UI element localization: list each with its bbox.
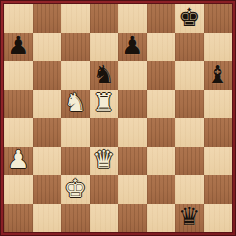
square-b8[interactable] xyxy=(33,4,62,33)
white-queen-d3[interactable]: ♛ xyxy=(93,147,115,172)
white-knight-c5[interactable]: ♞ xyxy=(64,90,86,115)
square-b1[interactable] xyxy=(33,204,62,233)
square-h6[interactable]: ♝ xyxy=(204,61,233,90)
square-h2[interactable] xyxy=(204,175,233,204)
square-c8[interactable] xyxy=(61,4,90,33)
square-a4[interactable] xyxy=(4,118,33,147)
square-c1[interactable] xyxy=(61,204,90,233)
square-c3[interactable] xyxy=(61,147,90,176)
square-h5[interactable] xyxy=(204,90,233,119)
square-d6[interactable]: ♞ xyxy=(90,61,119,90)
square-h3[interactable] xyxy=(204,147,233,176)
square-h1[interactable] xyxy=(204,204,233,233)
square-a7[interactable]: ♟ xyxy=(4,33,33,62)
square-g2[interactable] xyxy=(175,175,204,204)
black-bishop-h6[interactable]: ♝ xyxy=(207,62,229,87)
square-e3[interactable] xyxy=(118,147,147,176)
black-knight-d6[interactable]: ♞ xyxy=(93,62,115,87)
square-d5[interactable]: ♜ xyxy=(90,90,119,119)
white-pawn-a3[interactable]: ♟ xyxy=(7,147,29,172)
black-pawn-a7[interactable]: ♟ xyxy=(7,33,29,58)
square-f2[interactable] xyxy=(147,175,176,204)
square-d1[interactable] xyxy=(90,204,119,233)
square-b6[interactable] xyxy=(33,61,62,90)
square-e8[interactable] xyxy=(118,4,147,33)
square-f3[interactable] xyxy=(147,147,176,176)
chess-board: ♚♟♟♞♝♞♜♟♛♚♛ xyxy=(4,4,232,232)
square-b7[interactable] xyxy=(33,33,62,62)
square-a6[interactable] xyxy=(4,61,33,90)
square-g3[interactable] xyxy=(175,147,204,176)
square-g7[interactable] xyxy=(175,33,204,62)
black-king-g8[interactable]: ♚ xyxy=(178,5,200,30)
square-c4[interactable] xyxy=(61,118,90,147)
square-g8[interactable]: ♚ xyxy=(175,4,204,33)
white-rook-d5[interactable]: ♜ xyxy=(93,90,115,115)
square-f5[interactable] xyxy=(147,90,176,119)
square-g4[interactable] xyxy=(175,118,204,147)
square-g5[interactable] xyxy=(175,90,204,119)
square-a2[interactable] xyxy=(4,175,33,204)
square-a5[interactable] xyxy=(4,90,33,119)
black-pawn-e7[interactable]: ♟ xyxy=(121,33,143,58)
square-c6[interactable] xyxy=(61,61,90,90)
chess-board-frame: ♚♟♟♞♝♞♜♟♛♚♛ xyxy=(0,0,236,236)
square-d8[interactable] xyxy=(90,4,119,33)
square-h7[interactable] xyxy=(204,33,233,62)
square-e4[interactable] xyxy=(118,118,147,147)
white-king-c2[interactable]: ♚ xyxy=(64,176,86,201)
square-b3[interactable] xyxy=(33,147,62,176)
square-e7[interactable]: ♟ xyxy=(118,33,147,62)
square-d3[interactable]: ♛ xyxy=(90,147,119,176)
square-d7[interactable] xyxy=(90,33,119,62)
square-a1[interactable] xyxy=(4,204,33,233)
square-d2[interactable] xyxy=(90,175,119,204)
square-a8[interactable] xyxy=(4,4,33,33)
square-e1[interactable] xyxy=(118,204,147,233)
square-g6[interactable] xyxy=(175,61,204,90)
square-f4[interactable] xyxy=(147,118,176,147)
black-queen-g1[interactable]: ♛ xyxy=(178,204,200,229)
square-e2[interactable] xyxy=(118,175,147,204)
square-h8[interactable] xyxy=(204,4,233,33)
square-b5[interactable] xyxy=(33,90,62,119)
square-e6[interactable] xyxy=(118,61,147,90)
square-a3[interactable]: ♟ xyxy=(4,147,33,176)
square-e5[interactable] xyxy=(118,90,147,119)
square-g1[interactable]: ♛ xyxy=(175,204,204,233)
square-c7[interactable] xyxy=(61,33,90,62)
square-f7[interactable] xyxy=(147,33,176,62)
square-c5[interactable]: ♞ xyxy=(61,90,90,119)
square-f1[interactable] xyxy=(147,204,176,233)
square-h4[interactable] xyxy=(204,118,233,147)
square-f6[interactable] xyxy=(147,61,176,90)
square-b4[interactable] xyxy=(33,118,62,147)
square-c2[interactable]: ♚ xyxy=(61,175,90,204)
square-f8[interactable] xyxy=(147,4,176,33)
square-b2[interactable] xyxy=(33,175,62,204)
square-d4[interactable] xyxy=(90,118,119,147)
